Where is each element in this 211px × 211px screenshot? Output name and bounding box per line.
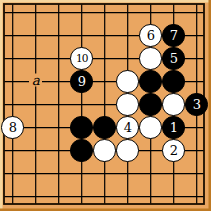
board-point-r4c4: 9	[70, 70, 93, 93]
black-stone	[70, 116, 93, 139]
board-point-r3c5	[93, 47, 116, 70]
black-stone: 5	[162, 47, 185, 70]
board-point-r7c6	[116, 139, 139, 162]
white-stone: 6	[139, 24, 162, 47]
board-point-r9c6	[116, 185, 139, 208]
board-point-r5c1	[1, 93, 24, 116]
board-point-r1c2	[24, 1, 47, 24]
board-point-r4c5	[93, 70, 116, 93]
board-point-r5c4	[70, 93, 93, 116]
white-stone: 10	[70, 47, 93, 70]
board-point-r6c9	[185, 116, 208, 139]
board-point-r3c9	[185, 47, 208, 70]
board-point-r7c4	[70, 139, 93, 162]
go-board: 67105a938412	[0, 0, 211, 211]
board-point-r1c6	[116, 1, 139, 24]
board-point-r8c9	[185, 162, 208, 185]
board-cells: 67105a938412	[1, 1, 208, 208]
board-point-r6c5	[93, 116, 116, 139]
board-point-r6c6: 4	[116, 116, 139, 139]
board-point-r1c4	[70, 1, 93, 24]
black-stone	[139, 93, 162, 116]
board-point-r6c1: 8	[1, 116, 24, 139]
board-point-r7c2	[24, 139, 47, 162]
board-point-r2c8: 7	[162, 24, 185, 47]
board-point-r1c8	[162, 1, 185, 24]
board-point-r3c6	[116, 47, 139, 70]
board-point-r8c5	[93, 162, 116, 185]
board-point-r4c6	[116, 70, 139, 93]
board-point-r9c5	[93, 185, 116, 208]
board-point-r9c3	[47, 185, 70, 208]
board-point-r4c2: a	[24, 70, 47, 93]
board-point-r5c9: 3	[185, 93, 208, 116]
board-point-r6c4	[70, 116, 93, 139]
move-number-label: 4	[124, 121, 132, 134]
board-point-r4c8	[162, 70, 185, 93]
move-number-label: 10	[76, 53, 87, 64]
board-point-r3c7	[139, 47, 162, 70]
board-point-r9c9	[185, 185, 208, 208]
move-number-label: 5	[170, 52, 178, 65]
white-stone	[162, 93, 185, 116]
board-point-r5c7	[139, 93, 162, 116]
move-number-label: 6	[147, 29, 155, 42]
board-point-r6c7	[139, 116, 162, 139]
white-stone: 8	[1, 116, 24, 139]
board-point-r7c3	[47, 139, 70, 162]
white-stone	[139, 47, 162, 70]
white-stone: 4	[116, 116, 139, 139]
board-point-r3c1	[1, 47, 24, 70]
white-stone: 2	[162, 139, 185, 162]
point-marker-a: a	[29, 73, 42, 87]
board-point-r2c4	[70, 24, 93, 47]
white-stone	[116, 139, 139, 162]
board-point-r1c7	[139, 1, 162, 24]
board-point-r2c2	[24, 24, 47, 47]
move-number-label: 1	[170, 121, 178, 134]
board-point-r1c3	[47, 1, 70, 24]
black-stone	[93, 116, 116, 139]
board-point-r4c3	[47, 70, 70, 93]
board-point-r2c9	[185, 24, 208, 47]
board-point-r9c1	[1, 185, 24, 208]
board-point-r9c4	[70, 185, 93, 208]
board-point-r8c1	[1, 162, 24, 185]
board-point-r2c5	[93, 24, 116, 47]
board-point-r2c6	[116, 24, 139, 47]
board-point-r7c7	[139, 139, 162, 162]
board-point-r1c5	[93, 1, 116, 24]
board-point-r6c2	[24, 116, 47, 139]
white-stone	[116, 93, 139, 116]
board-point-r5c2	[24, 93, 47, 116]
board-point-r8c8	[162, 162, 185, 185]
black-stone	[70, 139, 93, 162]
board-point-r6c8: 1	[162, 116, 185, 139]
board-point-r5c6	[116, 93, 139, 116]
board-point-r8c4	[70, 162, 93, 185]
board-point-r8c2	[24, 162, 47, 185]
black-stone	[162, 70, 185, 93]
move-number-label: 3	[193, 98, 201, 111]
white-stone	[116, 70, 139, 93]
board-point-r1c9	[185, 1, 208, 24]
board-point-r7c5	[93, 139, 116, 162]
white-stone	[93, 139, 116, 162]
board-point-r3c2	[24, 47, 47, 70]
board-point-r7c8: 2	[162, 139, 185, 162]
board-point-r2c1	[1, 24, 24, 47]
move-number-label: 8	[9, 121, 17, 134]
board-point-r8c3	[47, 162, 70, 185]
board-point-r7c1	[1, 139, 24, 162]
move-number-label: 9	[78, 75, 86, 88]
board-point-r2c3	[47, 24, 70, 47]
board-point-r7c9	[185, 139, 208, 162]
black-stone: 3	[185, 93, 208, 116]
black-stone: 1	[162, 116, 185, 139]
board-point-r2c7: 6	[139, 24, 162, 47]
move-number-label: 7	[170, 29, 178, 42]
black-stone	[139, 70, 162, 93]
black-stone: 7	[162, 24, 185, 47]
board-point-r3c4: 10	[70, 47, 93, 70]
board-point-r4c1	[1, 70, 24, 93]
board-point-r5c5	[93, 93, 116, 116]
board-point-r4c7	[139, 70, 162, 93]
board-point-r9c8	[162, 185, 185, 208]
board-point-r9c7	[139, 185, 162, 208]
black-stone: 9	[70, 70, 93, 93]
board-point-r5c8	[162, 93, 185, 116]
move-number-label: 2	[170, 144, 178, 157]
board-point-r8c7	[139, 162, 162, 185]
board-point-r6c3	[47, 116, 70, 139]
board-point-r9c2	[24, 185, 47, 208]
white-stone	[139, 116, 162, 139]
board-point-r3c3	[47, 47, 70, 70]
board-point-r8c6	[116, 162, 139, 185]
board-point-r1c1	[1, 1, 24, 24]
board-point-r4c9	[185, 70, 208, 93]
board-point-r5c3	[47, 93, 70, 116]
board-point-r3c8: 5	[162, 47, 185, 70]
